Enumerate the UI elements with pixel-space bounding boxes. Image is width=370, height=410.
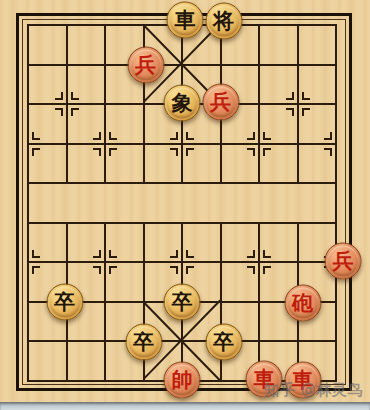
piece-black-soldier-3[interactable]: 卒 [125, 324, 162, 361]
bottom-strip [0, 402, 370, 410]
piece-glyph: 砲 [292, 292, 313, 313]
piece-red-soldier-2[interactable]: 兵 [202, 84, 239, 121]
piece-glyph: 車 [175, 10, 196, 31]
point-marker [32, 250, 40, 258]
watermark: 知乎 @林灵鸟 [264, 381, 363, 400]
point-marker [186, 266, 194, 274]
piece-red-soldier-1[interactable]: 兵 [127, 46, 164, 83]
point-marker [324, 148, 332, 156]
point-marker [170, 266, 178, 274]
point-marker [93, 250, 101, 258]
grid-line [335, 24, 337, 382]
point-marker [302, 92, 310, 100]
point-marker [247, 266, 255, 274]
point-marker [55, 92, 63, 100]
grid-line [258, 24, 260, 184]
piece-glyph: 卒 [133, 332, 154, 353]
piece-red-soldier-3[interactable]: 兵 [325, 243, 362, 280]
piece-black-elephant[interactable]: 象 [164, 85, 201, 122]
point-marker [93, 132, 101, 140]
point-marker [71, 92, 79, 100]
point-marker [263, 132, 271, 140]
point-marker [93, 148, 101, 156]
point-marker [170, 250, 178, 258]
point-marker [55, 108, 63, 116]
point-marker [186, 132, 194, 140]
piece-red-cannon[interactable]: 砲 [284, 284, 321, 321]
grid-line [66, 24, 68, 184]
point-marker [71, 108, 79, 116]
xiangqi-board: 車将兵象兵兵卒卒砲卒卒帥車車 知乎 @林灵鸟 [0, 0, 370, 410]
point-marker [324, 132, 332, 140]
grid-line [27, 24, 29, 382]
piece-black-soldier-2[interactable]: 卒 [164, 283, 201, 320]
piece-glyph: 将 [213, 11, 234, 32]
grid-line [297, 24, 299, 184]
piece-glyph: 兵 [135, 54, 156, 75]
point-marker [32, 132, 40, 140]
point-marker [170, 132, 178, 140]
point-marker [186, 250, 194, 258]
point-marker [286, 108, 294, 116]
point-marker [93, 266, 101, 274]
point-marker [109, 250, 117, 258]
point-marker [32, 148, 40, 156]
point-marker [302, 108, 310, 116]
piece-glyph: 卒 [172, 291, 193, 312]
point-marker [186, 148, 194, 156]
point-marker [247, 148, 255, 156]
grid-line [104, 24, 106, 184]
piece-glyph: 兵 [210, 92, 231, 113]
piece-red-general[interactable]: 帥 [164, 361, 201, 398]
point-marker [286, 92, 294, 100]
point-marker [109, 148, 117, 156]
point-marker [263, 148, 271, 156]
point-marker [247, 132, 255, 140]
grid-line [258, 222, 260, 382]
point-marker [170, 148, 178, 156]
piece-black-general[interactable]: 将 [205, 3, 242, 40]
piece-glyph: 象 [172, 93, 193, 114]
point-marker [263, 266, 271, 274]
grid-line [104, 222, 106, 382]
piece-black-soldier-4[interactable]: 卒 [205, 324, 242, 361]
piece-glyph: 卒 [54, 291, 75, 312]
point-marker [109, 132, 117, 140]
point-marker [247, 250, 255, 258]
piece-black-chariot[interactable]: 車 [167, 2, 204, 39]
piece-glyph: 卒 [213, 332, 234, 353]
point-marker [109, 266, 117, 274]
point-marker [32, 266, 40, 274]
piece-black-soldier-1[interactable]: 卒 [46, 283, 83, 320]
piece-glyph: 兵 [333, 251, 354, 272]
point-marker [263, 250, 271, 258]
piece-glyph: 帥 [172, 369, 193, 390]
